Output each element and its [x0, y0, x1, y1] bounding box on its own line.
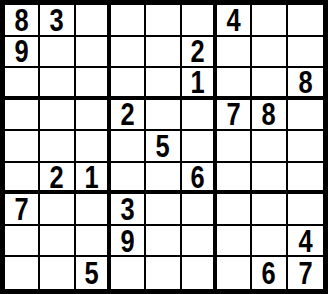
- cell-digit: 5: [156, 131, 170, 162]
- cell-r5c6[interactable]: [182, 131, 217, 163]
- cell-r4c3[interactable]: [76, 100, 111, 132]
- cell-r5c2[interactable]: [40, 131, 75, 163]
- cell-r7c1[interactable]: 7: [5, 194, 40, 226]
- cell-r2c1[interactable]: 9: [5, 37, 40, 69]
- cell-r1c9[interactable]: [288, 5, 323, 37]
- cell-r7c2[interactable]: [40, 194, 75, 226]
- cell-digit: 2: [50, 163, 64, 193]
- cell-r5c1[interactable]: [5, 131, 40, 163]
- cell-r8c7[interactable]: [217, 226, 252, 258]
- cell-r8c8[interactable]: [252, 226, 287, 258]
- cell-r5c8[interactable]: [252, 131, 287, 163]
- cell-r2c5[interactable]: [146, 37, 181, 69]
- cell-r8c3[interactable]: [76, 226, 111, 258]
- cell-r7c7[interactable]: [217, 194, 252, 226]
- cell-r5c9[interactable]: [288, 131, 323, 163]
- cell-r5c5[interactable]: 5: [146, 131, 181, 163]
- cell-r6c1[interactable]: [5, 163, 40, 195]
- cell-r4c2[interactable]: [40, 100, 75, 132]
- cell-r7c3[interactable]: [76, 194, 111, 226]
- cell-r6c3[interactable]: 1: [76, 163, 111, 195]
- cell-r1c6[interactable]: [182, 5, 217, 37]
- cell-r4c5[interactable]: [146, 100, 181, 132]
- cell-digit: 4: [298, 226, 312, 257]
- cell-r8c5[interactable]: [146, 226, 181, 258]
- cell-r4c1[interactable]: [5, 100, 40, 132]
- cell-digit: 9: [121, 226, 135, 257]
- cell-digit: 2: [190, 37, 204, 68]
- cell-r4c6[interactable]: [182, 100, 217, 132]
- cell-digit: 7: [15, 194, 29, 225]
- cell-r9c6[interactable]: [182, 257, 217, 289]
- cell-r6c4[interactable]: [111, 163, 146, 195]
- cell-digit: 8: [298, 68, 312, 98]
- cell-digit: 1: [84, 163, 98, 193]
- cell-r6c5[interactable]: [146, 163, 181, 195]
- cell-r7c9[interactable]: [288, 194, 323, 226]
- cell-r3c4[interactable]: [111, 68, 146, 100]
- cell-r7c6[interactable]: [182, 194, 217, 226]
- cell-r7c4[interactable]: 3: [111, 194, 146, 226]
- cell-r1c5[interactable]: [146, 5, 181, 37]
- cell-r9c3[interactable]: 5: [76, 257, 111, 289]
- cell-r3c2[interactable]: [40, 68, 75, 100]
- cell-r3c8[interactable]: [252, 68, 287, 100]
- cell-digit: 1: [190, 68, 204, 98]
- cell-r8c9[interactable]: 4: [288, 226, 323, 258]
- cell-r1c4[interactable]: [111, 5, 146, 37]
- cell-digit: 5: [84, 257, 98, 289]
- cell-digit: 2: [121, 100, 135, 131]
- cell-r6c6[interactable]: 6: [182, 163, 217, 195]
- cell-r9c9[interactable]: 7: [288, 257, 323, 289]
- cell-r3c3[interactable]: [76, 68, 111, 100]
- cell-r3c6[interactable]: 1: [182, 68, 217, 100]
- cell-digit: 8: [15, 5, 29, 36]
- cell-r9c5[interactable]: [146, 257, 181, 289]
- cell-r6c8[interactable]: [252, 163, 287, 195]
- cell-r5c7[interactable]: [217, 131, 252, 163]
- cell-r3c5[interactable]: [146, 68, 181, 100]
- cell-r5c4[interactable]: [111, 131, 146, 163]
- cell-r4c7[interactable]: 7: [217, 100, 252, 132]
- cell-r7c8[interactable]: [252, 194, 287, 226]
- cell-r1c7[interactable]: 4: [217, 5, 252, 37]
- cell-r4c4[interactable]: 2: [111, 100, 146, 132]
- cell-r3c9[interactable]: 8: [288, 68, 323, 100]
- cell-digit: 4: [227, 5, 241, 36]
- cell-digit: 6: [190, 163, 204, 193]
- cell-digit: 7: [298, 257, 312, 289]
- cell-r9c4[interactable]: [111, 257, 146, 289]
- cell-r1c3[interactable]: [76, 5, 111, 37]
- cell-digit: 8: [262, 100, 276, 131]
- cell-r2c8[interactable]: [252, 37, 287, 69]
- cell-r9c2[interactable]: [40, 257, 75, 289]
- cell-r2c9[interactable]: [288, 37, 323, 69]
- cell-r2c4[interactable]: [111, 37, 146, 69]
- cell-r4c8[interactable]: 8: [252, 100, 287, 132]
- cell-r6c9[interactable]: [288, 163, 323, 195]
- cell-r6c7[interactable]: [217, 163, 252, 195]
- cell-r3c7[interactable]: [217, 68, 252, 100]
- cell-r6c2[interactable]: 2: [40, 163, 75, 195]
- cell-digit: 3: [50, 5, 64, 36]
- cell-r4c9[interactable]: [288, 100, 323, 132]
- cell-r1c1[interactable]: 8: [5, 5, 40, 37]
- cell-digit: 6: [262, 257, 276, 289]
- cell-r8c4[interactable]: 9: [111, 226, 146, 258]
- cell-r1c2[interactable]: 3: [40, 5, 75, 37]
- sudoku-board: 834921827852167394567: [0, 0, 328, 294]
- cell-r8c6[interactable]: [182, 226, 217, 258]
- cell-r2c7[interactable]: [217, 37, 252, 69]
- cell-r8c1[interactable]: [5, 226, 40, 258]
- cell-r7c5[interactable]: [146, 194, 181, 226]
- cell-r2c6[interactable]: 2: [182, 37, 217, 69]
- cell-r2c3[interactable]: [76, 37, 111, 69]
- cell-r9c7[interactable]: [217, 257, 252, 289]
- cell-digit: 3: [121, 194, 135, 225]
- cell-r8c2[interactable]: [40, 226, 75, 258]
- cell-r3c1[interactable]: [5, 68, 40, 100]
- cell-digit: 9: [15, 37, 29, 68]
- cell-r5c3[interactable]: [76, 131, 111, 163]
- cell-r9c1[interactable]: [5, 257, 40, 289]
- cell-digit: 7: [227, 100, 241, 131]
- cell-r9c8[interactable]: 6: [252, 257, 287, 289]
- cell-r1c8[interactable]: [252, 5, 287, 37]
- cell-r2c2[interactable]: [40, 37, 75, 69]
